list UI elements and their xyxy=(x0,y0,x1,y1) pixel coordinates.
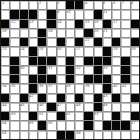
grid-cell-r8-c8[interactable] xyxy=(75,75,83,83)
grid-cell-r3-c8[interactable] xyxy=(75,29,83,37)
clue-number: 49 xyxy=(103,103,107,107)
grid-cell-r4-c4 xyxy=(38,38,46,46)
grid-cell-r10-c9[interactable] xyxy=(84,94,92,102)
grid-cell-r9-c9[interactable]: 39 xyxy=(84,84,92,92)
grid-cell-r7-c2[interactable]: 30 xyxy=(20,66,28,74)
grid-cell-r6-c14[interactable] xyxy=(131,57,139,65)
grid-cell-r11-c10 xyxy=(94,103,102,111)
grid-cell-r12-c10[interactable]: 53 xyxy=(94,112,102,120)
grid-cell-r7-c0[interactable] xyxy=(1,66,9,74)
clue-number: 28 xyxy=(113,47,117,51)
grid-cell-r12-c5[interactable] xyxy=(47,112,55,120)
clue-number: 41 xyxy=(122,84,126,88)
grid-cell-r8-c9 xyxy=(84,75,92,83)
grid-cell-r8-c7 xyxy=(66,75,74,83)
grid-cell-r7-c6[interactable] xyxy=(57,66,65,74)
grid-cell-r14-c5[interactable] xyxy=(47,131,55,139)
clue-number: 36 xyxy=(39,84,43,88)
grid-cell-r3-c4 xyxy=(38,29,46,37)
grid-cell-r4-c1[interactable] xyxy=(10,38,18,46)
grid-cell-r2-c6[interactable]: 14 xyxy=(57,20,65,28)
grid-cell-r3-c10[interactable]: 20 xyxy=(94,29,102,37)
grid-cell-r2-c4[interactable] xyxy=(38,20,46,28)
clue-number: 34 xyxy=(2,84,6,88)
clue-number: 57 xyxy=(131,121,135,125)
grid-cell-r2-c8 xyxy=(75,20,83,28)
grid-cell-r0-c8 xyxy=(75,1,83,9)
grid-cell-r2-c11 xyxy=(103,20,111,28)
clue-number: 6 xyxy=(113,1,115,5)
grid-cell-r10-c13[interactable] xyxy=(121,94,129,102)
grid-cell-r13-c5[interactable]: 56 xyxy=(47,121,55,129)
grid-cell-r3-c6[interactable] xyxy=(57,29,65,37)
grid-cell-r1-c6[interactable]: 9 xyxy=(57,10,65,18)
grid-cell-r2-c10[interactable]: 16 xyxy=(94,20,102,28)
clue-number: 59 xyxy=(76,131,80,135)
grid-cell-r4-c0 xyxy=(1,38,9,46)
clue-number: 38 xyxy=(66,84,70,88)
grid-cell-r13-c0[interactable]: 54 xyxy=(1,121,9,129)
clue-number: 30 xyxy=(20,66,24,70)
grid-cell-r11-c4[interactable]: 46 xyxy=(38,103,46,111)
grid-cell-r1-c0[interactable] xyxy=(1,10,9,18)
grid-cell-r12-c14 xyxy=(131,112,139,120)
grid-cell-r14-c12[interactable] xyxy=(112,131,120,139)
clue-number: 26 xyxy=(57,47,61,51)
grid-cell-r14-c2[interactable] xyxy=(20,131,28,139)
grid-cell-r8-c3 xyxy=(29,75,37,83)
grid-cell-r6-c1 xyxy=(10,57,18,65)
grid-cell-r3-c7[interactable] xyxy=(66,29,74,37)
grid-cell-r9-c7[interactable]: 38 xyxy=(66,84,74,92)
grid-cell-r12-c7[interactable]: 52 xyxy=(66,112,74,120)
grid-cell-r8-c12[interactable] xyxy=(112,75,120,83)
grid-cell-r8-c6[interactable] xyxy=(57,75,65,83)
grid-cell-r12-c3 xyxy=(29,112,37,120)
grid-cell-r7-c5[interactable]: 31 xyxy=(47,66,55,74)
grid-cell-r6-c5 xyxy=(47,57,55,65)
clue-number: 17 xyxy=(113,20,117,24)
grid-cell-r8-c14[interactable] xyxy=(131,75,139,83)
grid-cell-r5-c11 xyxy=(103,47,111,55)
grid-cell-r13-c4 xyxy=(38,121,46,129)
clue-number: 22 xyxy=(85,38,89,42)
clue-number: 42 xyxy=(29,94,33,98)
grid-cell-r5-c4[interactable]: 25 xyxy=(38,47,46,55)
grid-cell-r4-c7[interactable] xyxy=(66,38,74,46)
grid-cell-r13-c2[interactable] xyxy=(20,121,28,129)
grid-cell-r0-c9[interactable]: 4 xyxy=(84,1,92,9)
clue-number: 51 xyxy=(39,112,43,116)
grid-cell-r4-c10 xyxy=(94,38,102,46)
clue-number: 9 xyxy=(57,10,59,14)
clue-number: 32 xyxy=(76,66,80,70)
grid-cell-r1-c10 xyxy=(94,10,102,18)
grid-cell-r13-c13 xyxy=(121,121,129,129)
grid-cell-r5-c14[interactable]: 29 xyxy=(131,47,139,55)
grid-cell-r2-c3[interactable]: 13 xyxy=(29,20,37,28)
grid-cell-r14-c6 xyxy=(57,131,65,139)
grid-cell-r10-c4 xyxy=(38,94,46,102)
grid-cell-r4-c5[interactable] xyxy=(47,38,55,46)
grid-cell-r5-c12[interactable]: 28 xyxy=(112,47,120,55)
grid-cell-r1-c9[interactable] xyxy=(84,10,92,18)
clue-number: 7 xyxy=(122,1,124,5)
grid-cell-r4-c6 xyxy=(57,38,65,46)
grid-cell-r6-c11 xyxy=(103,57,111,65)
clue-number: 43 xyxy=(103,94,107,98)
grid-cell-r7-c9[interactable] xyxy=(84,66,92,74)
clue-number: 46 xyxy=(39,103,43,107)
grid-cell-r7-c7 xyxy=(66,66,74,74)
grid-cell-r2-c1[interactable]: 12 xyxy=(10,20,18,28)
grid-cell-r1-c8[interactable] xyxy=(75,10,83,18)
grid-cell-r0-c11[interactable]: 5 xyxy=(103,1,111,9)
grid-cell-r3-c0[interactable]: 18 xyxy=(1,29,9,37)
clue-number: 15 xyxy=(85,20,89,24)
grid-cell-r1-c7[interactable]: 10 xyxy=(66,10,74,18)
grid-cell-r5-c7[interactable] xyxy=(66,47,74,55)
grid-cell-r10-c10 xyxy=(94,94,102,102)
grid-cell-r4-c13[interactable] xyxy=(121,38,129,46)
grid-cell-r7-c4 xyxy=(38,66,46,74)
grid-cell-r2-c12[interactable]: 17 xyxy=(112,20,120,28)
grid-cell-r10-c3[interactable]: 42 xyxy=(29,94,37,102)
grid-cell-r4-c2 xyxy=(20,38,28,46)
clue-number: 44 xyxy=(2,103,6,107)
grid-cell-r0-c0[interactable]: 1 xyxy=(1,1,9,9)
grid-cell-r14-c4[interactable] xyxy=(38,131,46,139)
grid-cell-r6-c0[interactable] xyxy=(1,57,9,65)
grid-cell-r11-c9[interactable] xyxy=(84,103,92,111)
grid-cell-r12-c12 xyxy=(112,112,120,120)
grid-cell-r13-c7[interactable] xyxy=(66,121,74,129)
clue-number: 50 xyxy=(11,112,15,116)
grid-cell-r8-c5 xyxy=(47,75,55,83)
grid-cell-r12-c11[interactable] xyxy=(103,112,111,120)
grid-cell-r3-c9 xyxy=(84,29,92,37)
grid-cell-r12-c13[interactable] xyxy=(121,112,129,120)
clue-number: 23 xyxy=(2,47,6,51)
grid-cell-r1-c14[interactable] xyxy=(131,10,139,18)
grid-cell-r11-c14[interactable] xyxy=(131,103,139,111)
grid-cell-r11-c7[interactable] xyxy=(66,103,74,111)
clue-number: 25 xyxy=(39,47,43,51)
grid-cell-r13-c1[interactable] xyxy=(10,121,18,129)
grid-cell-r9-c0[interactable]: 34 xyxy=(1,84,9,92)
grid-cell-r9-c3 xyxy=(29,84,37,92)
grid-cell-r3-c12[interactable] xyxy=(112,29,120,37)
grid-cell-r0-c3[interactable] xyxy=(29,1,37,9)
clue-number: 5 xyxy=(103,1,105,5)
grid-cell-r4-c3[interactable] xyxy=(29,38,37,46)
clue-number: 40 xyxy=(113,84,117,88)
grid-cell-r10-c6 xyxy=(57,94,65,102)
grid-cell-r10-c14 xyxy=(131,94,139,102)
grid-cell-r7-c13 xyxy=(121,66,129,74)
grid-cell-r11-c6[interactable]: 47 xyxy=(57,103,65,111)
grid-cell-r8-c13 xyxy=(121,75,129,83)
grid-cell-r0-c14[interactable]: 8 xyxy=(131,1,139,9)
grid-cell-r1-c5 xyxy=(47,10,55,18)
grid-cell-r9-c12[interactable]: 40 xyxy=(112,84,120,92)
grid-cell-r10-c1[interactable] xyxy=(10,94,18,102)
grid-cell-r5-c9[interactable] xyxy=(84,47,92,55)
clue-number: 56 xyxy=(48,121,52,125)
clue-number: 33 xyxy=(103,66,107,70)
clue-number: 35 xyxy=(11,84,15,88)
grid-cell-r11-c5 xyxy=(47,103,55,111)
grid-cell-r7-c1 xyxy=(10,66,18,74)
clue-number: 1 xyxy=(2,1,4,5)
grid-cell-r14-c13[interactable] xyxy=(121,131,129,139)
grid-cell-r5-c10[interactable] xyxy=(94,47,102,55)
grid-cell-r8-c11 xyxy=(103,75,111,83)
grid-cell-r11-c3[interactable] xyxy=(29,103,37,111)
grid-cell-r6-c13 xyxy=(121,57,129,65)
clue-number: 19 xyxy=(48,29,52,33)
grid-cell-r14-c7 xyxy=(66,131,74,139)
grid-cell-r3-c13[interactable] xyxy=(121,29,129,37)
clue-number: 39 xyxy=(85,84,89,88)
grid-cell-r0-c7 xyxy=(66,1,74,9)
grid-cell-r8-c0[interactable] xyxy=(1,75,9,83)
grid-cell-r12-c4[interactable]: 51 xyxy=(38,112,46,120)
grid-cell-r0-c2[interactable] xyxy=(20,1,28,9)
grid-cell-r8-c10 xyxy=(94,75,102,83)
grid-cell-r7-c10 xyxy=(94,66,102,74)
grid-cell-r9-c2[interactable] xyxy=(20,84,28,92)
grid-cell-r14-c9[interactable] xyxy=(84,131,92,139)
grid-cell-r14-c8[interactable]: 59 xyxy=(75,131,83,139)
grid-cell-r13-c6[interactable] xyxy=(57,121,65,129)
grid-cell-r1-c12[interactable] xyxy=(112,10,120,18)
grid-cell-r13-c14[interactable]: 57 xyxy=(131,121,139,129)
grid-cell-r6-c6[interactable] xyxy=(57,57,65,65)
grid-cell-r1-c4[interactable] xyxy=(38,10,46,18)
clue-number: 20 xyxy=(94,29,98,33)
grid-cell-r12-c1[interactable]: 50 xyxy=(10,112,18,120)
grid-cell-r5-c2[interactable]: 24 xyxy=(20,47,28,55)
grid-cell-r7-c3[interactable] xyxy=(29,66,37,74)
grid-cell-r6-c9 xyxy=(84,57,92,65)
grid-cell-r3-c11[interactable]: 21 xyxy=(103,29,111,37)
grid-cell-r14-c14[interactable] xyxy=(131,131,139,139)
grid-cell-r10-c7[interactable] xyxy=(66,94,74,102)
grid-cell-r13-c11 xyxy=(103,121,111,129)
grid-cell-r3-c5[interactable]: 19 xyxy=(47,29,55,37)
clue-number: 55 xyxy=(29,121,33,125)
grid-cell-r0-c12[interactable]: 6 xyxy=(112,1,120,9)
grid-cell-r6-c7 xyxy=(66,57,74,65)
grid-cell-r14-c10[interactable] xyxy=(94,131,102,139)
grid-cell-r9-c4[interactable]: 36 xyxy=(38,84,46,92)
grid-cell-r9-c14[interactable] xyxy=(131,84,139,92)
grid-cell-r11-c12[interactable] xyxy=(112,103,120,111)
grid-cell-r10-c11[interactable]: 43 xyxy=(103,94,111,102)
clue-number: 31 xyxy=(48,66,52,70)
grid-cell-r2-c14 xyxy=(131,20,139,28)
grid-cell-r11-c1[interactable] xyxy=(10,103,18,111)
clue-number: 14 xyxy=(57,20,61,24)
grid-cell-r14-c1[interactable] xyxy=(10,131,18,139)
grid-cell-r6-c12[interactable] xyxy=(112,57,120,65)
grid-cell-r8-c1 xyxy=(10,75,18,83)
grid-cell-r13-c12 xyxy=(112,121,120,129)
clue-number: 12 xyxy=(11,20,15,24)
grid-cell-r10-c2 xyxy=(20,94,28,102)
grid-cell-r2-c9[interactable]: 15 xyxy=(84,20,92,28)
grid-cell-r1-c1 xyxy=(10,10,18,18)
grid-cell-r4-c12 xyxy=(112,38,120,46)
grid-cell-r1-c3 xyxy=(29,10,37,18)
grid-cell-r13-c3[interactable]: 55 xyxy=(29,121,37,129)
grid-cell-r12-c2[interactable] xyxy=(20,112,28,120)
clue-number: 11 xyxy=(103,10,107,14)
grid-cell-r7-c11[interactable]: 33 xyxy=(103,66,111,74)
grid-cell-r10-c5[interactable] xyxy=(47,94,55,102)
grid-cell-r6-c4 xyxy=(38,57,46,65)
grid-cell-r0-c4[interactable]: 2 xyxy=(38,1,46,9)
grid-cell-r0-c10[interactable] xyxy=(94,1,102,9)
clue-number: 16 xyxy=(94,20,98,24)
grid-cell-r6-c3 xyxy=(29,57,37,65)
grid-cell-r4-c9[interactable]: 22 xyxy=(84,38,92,46)
grid-cell-r7-c14[interactable] xyxy=(131,66,139,74)
clue-number: 47 xyxy=(57,103,61,107)
grid-cell-r2-c0 xyxy=(1,20,9,28)
grid-cell-r11-c0[interactable]: 44 xyxy=(1,103,9,111)
grid-cell-r14-c11[interactable] xyxy=(103,131,111,139)
clue-number: 53 xyxy=(94,112,98,116)
grid-cell-r6-c10 xyxy=(94,57,102,65)
clue-number: 8 xyxy=(131,1,133,5)
grid-cell-r1-c13[interactable] xyxy=(121,10,129,18)
clue-number: 21 xyxy=(103,29,107,33)
grid-cell-r5-c5[interactable] xyxy=(47,47,55,55)
clue-number: 24 xyxy=(20,47,24,51)
clue-number: 48 xyxy=(76,103,80,107)
grid-cell-r3-c3[interactable] xyxy=(29,29,37,37)
clue-number: 2 xyxy=(39,1,41,5)
grid-cell-r14-c0[interactable]: 58 xyxy=(1,131,9,139)
clue-number: 52 xyxy=(66,112,70,116)
grid-cell-r5-c8[interactable]: 27 xyxy=(75,47,83,55)
clue-number: 37 xyxy=(48,84,52,88)
grid-cell-r11-c11[interactable]: 49 xyxy=(103,103,111,111)
grid-cell-r5-c13[interactable] xyxy=(121,47,129,55)
grid-cell-r13-c9 xyxy=(84,121,92,129)
grid-cell-r2-c5 xyxy=(47,20,55,28)
grid-cell-r1-c11[interactable]: 11 xyxy=(103,10,111,18)
grid-cell-r4-c14 xyxy=(131,38,139,46)
grid-cell-r2-c2 xyxy=(20,20,28,28)
clue-number: 29 xyxy=(131,47,135,51)
crossword-grid: 1234567891011121314151617181920212223242… xyxy=(0,0,140,140)
grid-cell-r8-c2[interactable] xyxy=(20,75,28,83)
clue-number: 3 xyxy=(57,1,59,5)
grid-cell-r3-c1[interactable] xyxy=(10,29,18,37)
grid-cell-r3-c2[interactable] xyxy=(20,29,28,37)
grid-cell-r10-c8 xyxy=(75,94,83,102)
grid-cell-r9-c6[interactable] xyxy=(57,84,65,92)
clue-number: 54 xyxy=(2,121,6,125)
grid-cell-r12-c6 xyxy=(57,112,65,120)
grid-cell-r0-c5[interactable] xyxy=(47,1,55,9)
grid-cell-r9-c5[interactable]: 37 xyxy=(47,84,55,92)
grid-cell-r12-c9 xyxy=(84,112,92,120)
grid-cell-r12-c8[interactable] xyxy=(75,112,83,120)
grid-cell-r13-c8[interactable] xyxy=(75,121,83,129)
clue-number: 10 xyxy=(66,10,70,14)
grid-cell-r2-c7[interactable] xyxy=(66,20,74,28)
grid-cell-r11-c13[interactable] xyxy=(121,103,129,111)
grid-cell-r6-c2[interactable] xyxy=(20,57,28,65)
grid-cell-r0-c6[interactable]: 3 xyxy=(57,1,65,9)
clue-number: 13 xyxy=(29,20,33,24)
grid-cell-r9-c1[interactable]: 35 xyxy=(10,84,18,92)
grid-cell-r13-c10[interactable] xyxy=(94,121,102,129)
grid-cell-r9-c13[interactable]: 41 xyxy=(121,84,129,92)
grid-cell-r6-c8[interactable] xyxy=(75,57,83,65)
grid-cell-r1-c2 xyxy=(20,10,28,18)
grid-cell-r5-c3 xyxy=(29,47,37,55)
grid-cell-r11-c2[interactable]: 45 xyxy=(20,103,28,111)
grid-cell-r12-c0 xyxy=(1,112,9,120)
grid-cell-r5-c0[interactable]: 23 xyxy=(1,47,9,55)
grid-cell-r9-c8[interactable] xyxy=(75,84,83,92)
clue-number: 58 xyxy=(2,131,6,135)
grid-cell-r4-c8 xyxy=(75,38,83,46)
grid-cell-r14-c3[interactable] xyxy=(29,131,37,139)
grid-cell-r10-c0 xyxy=(1,94,9,102)
grid-cell-r5-c6[interactable]: 26 xyxy=(57,47,65,55)
grid-cell-r5-c1[interactable] xyxy=(10,47,18,55)
grid-cell-r2-c13[interactable] xyxy=(121,20,129,28)
grid-cell-r3-c14[interactable] xyxy=(131,29,139,37)
clue-number: 45 xyxy=(20,103,24,107)
grid-cell-r0-c1[interactable] xyxy=(10,1,18,9)
grid-cell-r9-c11 xyxy=(103,84,111,92)
grid-cell-r4-c11[interactable] xyxy=(103,38,111,46)
grid-cell-r7-c8[interactable]: 32 xyxy=(75,66,83,74)
clue-number: 4 xyxy=(85,1,87,5)
clue-number: 18 xyxy=(2,29,6,33)
grid-cell-r8-c4 xyxy=(38,75,46,83)
grid-cell-r11-c8[interactable]: 48 xyxy=(75,103,83,111)
grid-cell-r0-c13[interactable]: 7 xyxy=(121,1,129,9)
grid-cell-r9-c10[interactable] xyxy=(94,84,102,92)
clue-number: 27 xyxy=(76,47,80,51)
grid-cell-r7-c12[interactable] xyxy=(112,66,120,74)
grid-cell-r10-c12 xyxy=(112,94,120,102)
